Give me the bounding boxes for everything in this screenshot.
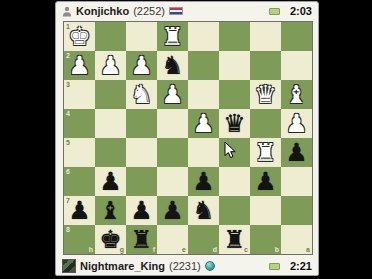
square-e1[interactable]: ♜ <box>157 22 188 51</box>
square-h1[interactable]: 1♚ <box>64 22 95 51</box>
square-g2[interactable]: ♟ <box>95 51 126 80</box>
square-c8[interactable]: c♜ <box>219 225 250 254</box>
rank-label-4: 4 <box>66 110 70 117</box>
square-e2[interactable]: ♞ <box>157 51 188 80</box>
black-pawn[interactable]: ♟ <box>68 197 90 224</box>
file-label-b: b <box>275 246 279 253</box>
square-e8[interactable]: e <box>157 225 188 254</box>
rank-label-1: 1 <box>66 23 70 30</box>
top-player-name[interactable]: Konjichko <box>76 5 129 17</box>
square-a6[interactable] <box>281 167 312 196</box>
bottom-player-name[interactable]: Nightmare_King <box>80 260 165 272</box>
square-g5[interactable] <box>95 138 126 167</box>
square-b3[interactable]: ♛ <box>250 80 281 109</box>
square-a4[interactable]: ♟ <box>281 109 312 138</box>
square-d7[interactable]: ♞ <box>188 196 219 225</box>
square-b6[interactable]: ♟ <box>250 167 281 196</box>
square-b8[interactable]: b <box>250 225 281 254</box>
square-e7[interactable]: ♟ <box>157 196 188 225</box>
file-label-e: e <box>182 246 186 253</box>
globe-icon <box>205 261 215 271</box>
top-player-bar: Konjichko (2252) 2:03 <box>56 2 318 20</box>
white-queen[interactable]: ♛ <box>254 81 276 108</box>
square-f2[interactable]: ♟ <box>126 51 157 80</box>
square-a3[interactable]: ♝ <box>281 80 312 109</box>
square-c1[interactable] <box>219 22 250 51</box>
file-label-a: a <box>306 246 310 253</box>
square-g1[interactable] <box>95 22 126 51</box>
square-d1[interactable] <box>188 22 219 51</box>
square-h3[interactable]: 3 <box>64 80 95 109</box>
black-knight[interactable]: ♞ <box>192 197 214 224</box>
black-bishop[interactable]: ♝ <box>99 197 121 224</box>
black-pawn[interactable]: ♟ <box>285 139 307 166</box>
chess-game-window: Konjichko (2252) 2:03 1♚♜2♟♟♟♞3♞♟♛♝4♟♛♟5… <box>55 1 319 276</box>
bottom-player-clock: 2:21 <box>290 260 312 272</box>
square-c4[interactable]: ♛ <box>219 109 250 138</box>
square-h6[interactable]: 6 <box>64 167 95 196</box>
black-pawn[interactable]: ♟ <box>99 168 121 195</box>
white-pawn[interactable]: ♟ <box>285 110 307 137</box>
white-pawn[interactable]: ♟ <box>161 81 183 108</box>
white-pawn[interactable]: ♟ <box>130 52 152 79</box>
white-knight[interactable]: ♞ <box>130 81 152 108</box>
rank-label-6: 6 <box>66 168 70 175</box>
square-b7[interactable] <box>250 196 281 225</box>
square-b2[interactable] <box>250 51 281 80</box>
square-d4[interactable]: ♟ <box>188 109 219 138</box>
square-d3[interactable] <box>188 80 219 109</box>
square-g8[interactable]: g♚ <box>95 225 126 254</box>
square-b1[interactable] <box>250 22 281 51</box>
rank-label-8: 8 <box>66 226 70 233</box>
file-label-f: f <box>153 246 155 253</box>
square-g3[interactable] <box>95 80 126 109</box>
black-pawn[interactable]: ♟ <box>130 197 152 224</box>
black-pawn[interactable]: ♟ <box>161 197 183 224</box>
square-g4[interactable] <box>95 109 126 138</box>
square-c7[interactable] <box>219 196 250 225</box>
file-label-c: c <box>244 246 248 253</box>
rank-label-3: 3 <box>66 81 70 88</box>
bottom-player-rating: (2231) <box>169 260 201 272</box>
rank-label-7: 7 <box>66 197 70 204</box>
file-label-d: d <box>213 246 217 253</box>
square-c3[interactable] <box>219 80 250 109</box>
square-b5[interactable]: ♜ <box>250 138 281 167</box>
top-player-rating: (2252) <box>133 5 165 17</box>
rank-label-2: 2 <box>66 52 70 59</box>
top-status-light-icon <box>269 8 280 15</box>
file-label-h: h <box>89 246 93 253</box>
black-queen[interactable]: ♛ <box>223 110 245 137</box>
square-c6[interactable] <box>219 167 250 196</box>
square-f4[interactable] <box>126 109 157 138</box>
square-a2[interactable] <box>281 51 312 80</box>
square-b4[interactable] <box>250 109 281 138</box>
square-a8[interactable]: a <box>281 225 312 254</box>
white-pawn[interactable]: ♟ <box>99 52 121 79</box>
square-f7[interactable]: ♟ <box>126 196 157 225</box>
square-g7[interactable]: ♝ <box>95 196 126 225</box>
square-a5[interactable]: ♟ <box>281 138 312 167</box>
square-f6[interactable] <box>126 167 157 196</box>
bottom-player-avatar[interactable] <box>62 259 76 273</box>
square-e5[interactable] <box>157 138 188 167</box>
black-king[interactable]: ♚ <box>99 226 121 253</box>
croatia-flag-icon <box>169 7 183 15</box>
black-rook[interactable]: ♜ <box>223 226 245 253</box>
square-e6[interactable] <box>157 167 188 196</box>
square-g6[interactable]: ♟ <box>95 167 126 196</box>
square-c5[interactable] <box>219 138 250 167</box>
file-label-g: g <box>120 246 124 253</box>
white-rook[interactable]: ♜ <box>254 139 276 166</box>
square-h2[interactable]: 2♟ <box>64 51 95 80</box>
bottom-status-light-icon <box>269 263 280 270</box>
square-f1[interactable] <box>126 22 157 51</box>
white-king[interactable]: ♚ <box>68 23 90 50</box>
square-e4[interactable] <box>157 109 188 138</box>
white-pawn[interactable]: ♟ <box>192 110 214 137</box>
square-h4[interactable]: 4 <box>64 109 95 138</box>
square-f5[interactable] <box>126 138 157 167</box>
black-knight[interactable]: ♞ <box>161 52 183 79</box>
white-bishop[interactable]: ♝ <box>285 81 307 108</box>
square-h8[interactable]: 8h <box>64 225 95 254</box>
square-f8[interactable]: f♜ <box>126 225 157 254</box>
square-a7[interactable] <box>281 196 312 225</box>
white-rook[interactable]: ♜ <box>161 23 183 50</box>
square-d6[interactable]: ♟ <box>188 167 219 196</box>
square-c2[interactable] <box>219 51 250 80</box>
square-f3[interactable]: ♞ <box>126 80 157 109</box>
board: 1♚♜2♟♟♟♞3♞♟♛♝4♟♛♟5♜♟6♟♟♟7♟♝♟♟♞8hg♚f♜edc♜… <box>63 21 313 255</box>
rank-label-5: 5 <box>66 139 70 146</box>
square-e3[interactable]: ♟ <box>157 80 188 109</box>
white-pawn[interactable]: ♟ <box>68 52 90 79</box>
person-icon <box>62 6 72 17</box>
square-h7[interactable]: 7♟ <box>64 196 95 225</box>
square-d5[interactable] <box>188 138 219 167</box>
black-rook[interactable]: ♜ <box>130 226 152 253</box>
bottom-player-bar: Nightmare_King (2231) 2:21 <box>56 257 318 275</box>
black-pawn[interactable]: ♟ <box>254 168 276 195</box>
black-pawn[interactable]: ♟ <box>192 168 214 195</box>
square-d8[interactable]: d <box>188 225 219 254</box>
square-h5[interactable]: 5 <box>64 138 95 167</box>
square-d2[interactable] <box>188 51 219 80</box>
square-a1[interactable] <box>281 22 312 51</box>
top-player-clock: 2:03 <box>290 5 312 17</box>
